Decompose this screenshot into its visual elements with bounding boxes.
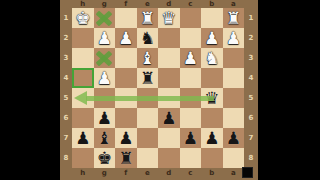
rank-label-2: 2	[244, 28, 258, 48]
piece-white-pawn[interactable]: ♟	[118, 30, 133, 47]
square-b3[interactable]: ♞	[201, 48, 223, 68]
file-label-b: b	[201, 168, 223, 180]
left-black-bar	[0, 0, 60, 180]
piece-white-rook[interactable]: ♜	[226, 10, 241, 27]
square-h1[interactable]: ♚	[72, 8, 94, 28]
piece-black-knight[interactable]: ♞	[140, 30, 155, 47]
file-label-h: h	[72, 168, 94, 180]
rank-label-2: 2	[60, 28, 72, 48]
board-squares: ♚♜♛♜♟♟♞♟♟♝♟♞♟♜♛♟♟♟♝♟♟♟♟♚♜	[72, 8, 244, 168]
square-e4[interactable]: ♜	[137, 68, 159, 88]
square-d6[interactable]: ♟	[158, 108, 180, 128]
square-h4[interactable]	[72, 68, 94, 88]
file-label-d: d	[158, 168, 180, 180]
piece-black-bishop[interactable]: ♝	[97, 130, 112, 147]
square-e5[interactable]	[137, 88, 159, 108]
file-label-g: g	[94, 168, 116, 180]
square-f1[interactable]	[115, 8, 137, 28]
rank-label-7: 7	[60, 128, 72, 148]
square-d1[interactable]: ♛	[158, 8, 180, 28]
file-label-f: f	[115, 0, 137, 8]
square-d3[interactable]	[158, 48, 180, 68]
square-a2[interactable]: ♟	[223, 28, 245, 48]
square-c7[interactable]: ♟	[180, 128, 202, 148]
square-g4[interactable]: ♟	[94, 68, 116, 88]
square-g6[interactable]: ♟	[94, 108, 116, 128]
square-c6[interactable]	[180, 108, 202, 128]
rank-label-4: 4	[244, 68, 258, 88]
square-a5[interactable]	[223, 88, 245, 108]
piece-white-pawn[interactable]: ♟	[226, 30, 241, 47]
file-label-a: a	[223, 0, 245, 8]
file-label-f: f	[115, 168, 137, 180]
square-e8[interactable]	[137, 148, 159, 168]
square-a7[interactable]: ♟	[223, 128, 245, 148]
square-f6[interactable]	[115, 108, 137, 128]
square-a4[interactable]	[223, 68, 245, 88]
square-g5[interactable]	[94, 88, 116, 108]
file-labels-bottom: hgfedcba	[72, 168, 244, 180]
square-c3[interactable]: ♟	[180, 48, 202, 68]
piece-black-rook[interactable]: ♜	[140, 70, 155, 87]
file-label-h: h	[72, 0, 94, 8]
square-a6[interactable]	[223, 108, 245, 128]
square-c8[interactable]	[180, 148, 202, 168]
piece-black-pawn[interactable]: ♟	[75, 130, 90, 147]
chess-app-screenshot: hgfedcba 12345678 12345678 hgfedcba ♚♜♛♜…	[0, 0, 320, 180]
rank-label-3: 3	[244, 48, 258, 68]
rank-labels-left: 12345678	[60, 8, 72, 168]
square-a8[interactable]	[223, 148, 245, 168]
rank-label-3: 3	[60, 48, 72, 68]
piece-black-pawn[interactable]: ♟	[97, 110, 112, 127]
file-label-b: b	[201, 0, 223, 8]
square-g8[interactable]: ♚	[94, 148, 116, 168]
square-b6[interactable]	[201, 108, 223, 128]
square-h7[interactable]: ♟	[72, 128, 94, 148]
square-b8[interactable]	[201, 148, 223, 168]
rank-label-5: 5	[60, 88, 72, 108]
rank-label-8: 8	[244, 148, 258, 168]
piece-black-pawn[interactable]: ♟	[226, 130, 241, 147]
piece-white-queen[interactable]: ♛	[161, 10, 176, 27]
square-d4[interactable]	[158, 68, 180, 88]
rank-label-1: 1	[60, 8, 72, 28]
square-b7[interactable]: ♟	[201, 128, 223, 148]
piece-white-king[interactable]: ♚	[75, 10, 90, 27]
square-g7[interactable]: ♝	[94, 128, 116, 148]
square-e1[interactable]: ♜	[137, 8, 159, 28]
rank-label-5: 5	[244, 88, 258, 108]
file-label-e: e	[137, 168, 159, 180]
square-e6[interactable]	[137, 108, 159, 128]
rank-label-4: 4	[60, 68, 72, 88]
square-h8[interactable]	[72, 148, 94, 168]
square-d7[interactable]	[158, 128, 180, 148]
file-label-g: g	[94, 0, 116, 8]
square-c1[interactable]	[180, 8, 202, 28]
rank-label-6: 6	[244, 108, 258, 128]
piece-white-pawn[interactable]: ♟	[97, 70, 112, 87]
piece-black-pawn[interactable]: ♟	[204, 130, 219, 147]
square-f7[interactable]: ♟	[115, 128, 137, 148]
square-f3[interactable]	[115, 48, 137, 68]
piece-black-pawn[interactable]: ♟	[118, 130, 133, 147]
square-b2[interactable]: ♟	[201, 28, 223, 48]
rank-label-8: 8	[60, 148, 72, 168]
rank-label-7: 7	[244, 128, 258, 148]
piece-black-pawn[interactable]: ♟	[183, 130, 198, 147]
square-d8[interactable]	[158, 148, 180, 168]
piece-white-pawn[interactable]: ♟	[204, 30, 219, 47]
square-a1[interactable]: ♜	[223, 8, 245, 28]
square-g1[interactable]	[94, 8, 116, 28]
piece-white-pawn[interactable]: ♟	[183, 50, 198, 67]
square-e2[interactable]: ♞	[137, 28, 159, 48]
black-to-move-indicator	[242, 167, 253, 178]
file-label-a: a	[223, 168, 245, 180]
file-label-c: c	[180, 0, 202, 8]
file-label-c: c	[180, 168, 202, 180]
square-b4[interactable]	[201, 68, 223, 88]
square-e3[interactable]: ♝	[137, 48, 159, 68]
piece-white-rook[interactable]: ♜	[140, 10, 155, 27]
rank-label-1: 1	[244, 8, 258, 28]
square-c4[interactable]	[180, 68, 202, 88]
square-f2[interactable]: ♟	[115, 28, 137, 48]
square-f8[interactable]: ♜	[115, 148, 137, 168]
square-c5[interactable]	[180, 88, 202, 108]
file-label-d: d	[158, 0, 180, 8]
chess-board: hgfedcba 12345678 12345678 hgfedcba ♚♜♛♜…	[60, 0, 258, 180]
square-c2[interactable]	[180, 28, 202, 48]
piece-white-bishop[interactable]: ♝	[140, 50, 155, 67]
piece-black-queen[interactable]: ♛	[204, 90, 219, 107]
right-black-bar	[258, 0, 320, 180]
square-d2[interactable]	[158, 28, 180, 48]
square-d5[interactable]	[158, 88, 180, 108]
square-e7[interactable]	[137, 128, 159, 148]
square-f5[interactable]	[115, 88, 137, 108]
piece-black-pawn[interactable]: ♟	[161, 110, 176, 127]
square-g3[interactable]	[94, 48, 116, 68]
square-f4[interactable]	[115, 68, 137, 88]
file-label-e: e	[137, 0, 159, 8]
piece-white-knight[interactable]: ♞	[204, 50, 219, 67]
square-b5[interactable]: ♛	[201, 88, 223, 108]
piece-white-pawn[interactable]: ♟	[97, 30, 112, 47]
square-h6[interactable]	[72, 108, 94, 128]
square-b1[interactable]	[201, 8, 223, 28]
piece-black-king[interactable]: ♚	[97, 150, 112, 167]
square-h2[interactable]	[72, 28, 94, 48]
square-g2[interactable]: ♟	[94, 28, 116, 48]
square-h3[interactable]	[72, 48, 94, 68]
rank-label-6: 6	[60, 108, 72, 128]
rank-labels-right: 12345678	[244, 8, 258, 168]
file-labels-top: hgfedcba	[72, 0, 244, 8]
piece-black-rook[interactable]: ♜	[118, 150, 133, 167]
square-a3[interactable]	[223, 48, 245, 68]
square-h5[interactable]	[72, 88, 94, 108]
